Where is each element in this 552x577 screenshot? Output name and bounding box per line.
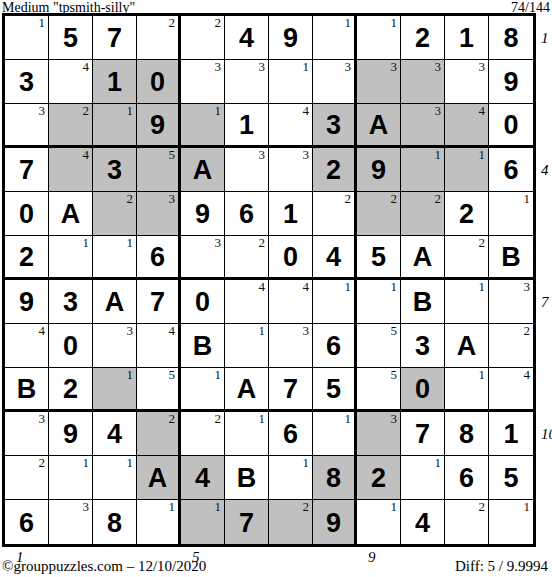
- cell-corner-mark: 1: [479, 148, 486, 162]
- cell-value: 1: [283, 199, 298, 228]
- cell-r8c4[interactable]: 4: [137, 324, 181, 368]
- cell-r2c3[interactable]: 1: [93, 60, 137, 104]
- cell-value: B: [501, 242, 521, 271]
- cell-r12c9[interactable]: 1: [357, 500, 401, 544]
- cell-value: A: [148, 463, 168, 492]
- row-label-4: 4: [541, 162, 549, 178]
- cell-r11c12[interactable]: 5: [489, 456, 533, 500]
- cell-r3c4[interactable]: 9: [137, 104, 181, 148]
- cell-value: B: [413, 287, 433, 316]
- cell-corner-mark: 3: [127, 324, 134, 338]
- cell-corner-mark: 3: [39, 104, 46, 118]
- cell-value: 9: [326, 508, 341, 537]
- cell-r6c10[interactable]: A: [401, 236, 445, 280]
- cell-r3c6[interactable]: 1: [225, 104, 269, 148]
- cell-r9c8[interactable]: 5: [313, 368, 357, 412]
- cell-value: 2: [415, 23, 430, 52]
- cell-r12c4[interactable]: 1: [137, 500, 181, 544]
- cell-value: 1: [107, 67, 122, 96]
- cell-corner-mark: 1: [391, 500, 398, 514]
- cell-r2c2[interactable]: 4: [49, 60, 93, 104]
- cell-r11c5[interactable]: 4: [181, 456, 225, 500]
- cell-r5c3[interactable]: 2: [93, 192, 137, 236]
- cell-r7c4[interactable]: 7: [137, 280, 181, 324]
- cell-r3c1[interactable]: 3: [5, 104, 49, 148]
- cell-corner-mark: 4: [524, 368, 531, 382]
- cell-corner-mark: 5: [169, 368, 176, 382]
- cell-corner-mark: 3: [303, 148, 310, 162]
- cell-r3c12[interactable]: 0: [489, 104, 533, 148]
- cell-corner-mark: 1: [39, 16, 46, 30]
- board: 15722491121834103313333932191143A3407435…: [2, 13, 536, 547]
- cell-value: 9: [150, 110, 165, 139]
- cell-value: 3: [63, 287, 78, 316]
- cell-value: 9: [371, 155, 386, 184]
- cell-corner-mark: 2: [435, 192, 442, 206]
- cell-r10c11[interactable]: 8: [445, 412, 489, 456]
- cell-value: B: [237, 463, 257, 492]
- cell-r6c3[interactable]: 1: [93, 236, 137, 280]
- cell-r9c9[interactable]: 5: [357, 368, 401, 412]
- cell-r1c6[interactable]: 4: [225, 16, 269, 60]
- cell-value: 5: [63, 23, 78, 52]
- cell-value: 7: [107, 23, 122, 52]
- cell-corner-mark: 4: [83, 60, 90, 74]
- cell-r11c2[interactable]: 1: [49, 456, 93, 500]
- cell-value: 7: [283, 374, 298, 403]
- cell-r7c1[interactable]: 9: [5, 280, 49, 324]
- cell-value: 7: [19, 155, 34, 184]
- cell-value: 5: [503, 463, 518, 492]
- cell-r3c5[interactable]: 1: [181, 104, 225, 148]
- cell-r11c8[interactable]: 8: [313, 456, 357, 500]
- cell-corner-mark: 2: [39, 456, 46, 470]
- cell-r10c2[interactable]: 9: [49, 412, 93, 456]
- cell-r2c5[interactable]: 3: [181, 60, 225, 104]
- cell-r2c6[interactable]: 3: [225, 60, 269, 104]
- cell-corner-mark: 5: [169, 148, 176, 162]
- cell-r3c3[interactable]: 1: [93, 104, 137, 148]
- cell-value: 6: [150, 242, 165, 271]
- cell-corner-mark: 1: [435, 148, 442, 162]
- cell-r3c2[interactable]: 2: [49, 104, 93, 148]
- cell-r4c9[interactable]: 9: [357, 148, 401, 192]
- cell-value: 0: [195, 287, 210, 316]
- cell-value: A: [105, 287, 125, 316]
- cell-value: 7: [415, 419, 430, 448]
- cell-r7c12[interactable]: 3: [489, 280, 533, 324]
- cell-corner-mark: 1: [215, 368, 222, 382]
- cell-r10c5[interactable]: 2: [181, 412, 225, 456]
- cell-r5c2[interactable]: A: [49, 192, 93, 236]
- cell-r3c11[interactable]: 4: [445, 104, 489, 148]
- cell-r10c8[interactable]: 1: [313, 412, 357, 456]
- cell-value: 3: [415, 331, 430, 360]
- cell-r4c3[interactable]: 3: [93, 148, 137, 192]
- cell-corner-mark: 1: [215, 500, 222, 514]
- cell-r8c3[interactable]: 3: [93, 324, 137, 368]
- cell-r12c7[interactable]: 2: [269, 500, 313, 544]
- cell-value: 0: [19, 199, 34, 228]
- cell-r10c7[interactable]: 6: [269, 412, 313, 456]
- cell-r2c7[interactable]: 1: [269, 60, 313, 104]
- cell-corner-mark: 1: [169, 500, 176, 514]
- cell-r5c11[interactable]: 2: [445, 192, 489, 236]
- cell-r5c5[interactable]: 9: [181, 192, 225, 236]
- difficulty-text: Diff: 5 / 9.9994: [455, 558, 548, 575]
- cell-r12c8[interactable]: 9: [313, 500, 357, 544]
- cell-corner-mark: 2: [169, 16, 176, 30]
- cell-value: 2: [326, 155, 341, 184]
- cell-corner-mark: 5: [391, 368, 398, 382]
- cell-r4c7[interactable]: 3: [269, 148, 313, 192]
- cell-corner-mark: 3: [435, 104, 442, 118]
- cell-r10c10[interactable]: 7: [401, 412, 445, 456]
- cell-corner-mark: 4: [303, 280, 310, 294]
- cell-r11c4[interactable]: A: [137, 456, 181, 500]
- cell-r5c10[interactable]: 2: [401, 192, 445, 236]
- cell-r5c6[interactable]: 6: [225, 192, 269, 236]
- cell-r12c1[interactable]: 6: [5, 500, 49, 544]
- cell-value: 3: [326, 110, 341, 139]
- cell-value: 8: [503, 23, 518, 52]
- cell-r2c1[interactable]: 3: [5, 60, 49, 104]
- cell-corner-mark: 1: [524, 500, 531, 514]
- cell-r4c12[interactable]: 6: [489, 148, 533, 192]
- cell-r11c6[interactable]: B: [225, 456, 269, 500]
- cell-r9c11[interactable]: 1: [445, 368, 489, 412]
- cell-value: 9: [195, 199, 210, 228]
- cell-r2c12[interactable]: 9: [489, 60, 533, 104]
- cell-r5c7[interactable]: 1: [269, 192, 313, 236]
- cell-corner-mark: 1: [391, 16, 398, 30]
- cell-corner-mark: 3: [303, 324, 310, 338]
- cell-corner-mark: 3: [345, 60, 352, 74]
- cell-value: A: [413, 242, 433, 271]
- cell-r4c2[interactable]: 4: [49, 148, 93, 192]
- cell-r8c6[interactable]: 1: [225, 324, 269, 368]
- cell-r4c5[interactable]: A: [181, 148, 225, 192]
- cell-corner-mark: 1: [127, 368, 134, 382]
- cell-r8c2[interactable]: 0: [49, 324, 93, 368]
- cell-value: 4: [239, 23, 254, 52]
- cell-r11c1[interactable]: 2: [5, 456, 49, 500]
- cell-r8c11[interactable]: A: [445, 324, 489, 368]
- cell-r5c8[interactable]: 2: [313, 192, 357, 236]
- cell-value: 4: [326, 242, 341, 271]
- cell-corner-mark: 2: [215, 16, 222, 30]
- cell-r7c3[interactable]: A: [93, 280, 137, 324]
- cell-r9c4[interactable]: 5: [137, 368, 181, 412]
- cell-r4c6[interactable]: 3: [225, 148, 269, 192]
- cell-corner-mark: 1: [83, 236, 90, 250]
- cell-r10c4[interactable]: 2: [137, 412, 181, 456]
- cell-r7c10[interactable]: B: [401, 280, 445, 324]
- cell-corner-mark: 1: [127, 104, 134, 118]
- cell-r6c8[interactable]: 4: [313, 236, 357, 280]
- cell-r7c9[interactable]: 1: [357, 280, 401, 324]
- cell-r1c5[interactable]: 2: [181, 16, 225, 60]
- cell-corner-mark: 3: [215, 236, 222, 250]
- cell-r11c10[interactable]: 1: [401, 456, 445, 500]
- cell-value: A: [61, 199, 81, 228]
- cell-corner-mark: 3: [259, 60, 266, 74]
- cell-corner-mark: 1: [303, 60, 310, 74]
- cell-value: 6: [283, 419, 298, 448]
- cell-r6c5[interactable]: 3: [181, 236, 225, 280]
- cell-r2c8[interactable]: 3: [313, 60, 357, 104]
- cell-corner-mark: 3: [391, 412, 398, 426]
- cell-value: A: [457, 331, 477, 360]
- cell-value: 8: [459, 419, 474, 448]
- cell-r11c3[interactable]: 1: [93, 456, 137, 500]
- cell-value: A: [237, 374, 257, 403]
- cell-r7c2[interactable]: 3: [49, 280, 93, 324]
- cell-value: 4: [107, 419, 122, 448]
- cell-r4c4[interactable]: 5: [137, 148, 181, 192]
- row-label-10: 10: [541, 426, 552, 442]
- cell-corner-mark: 1: [303, 456, 310, 470]
- cell-r8c10[interactable]: 3: [401, 324, 445, 368]
- cell-r7c11[interactable]: 1: [445, 280, 489, 324]
- cell-r1c4[interactable]: 2: [137, 16, 181, 60]
- cell-corner-mark: 2: [303, 500, 310, 514]
- cell-r3c8[interactable]: 3: [313, 104, 357, 148]
- cell-corner-mark: 3: [479, 60, 486, 74]
- cell-value: 6: [239, 199, 254, 228]
- cell-corner-mark: 2: [83, 104, 90, 118]
- cell-r3c9[interactable]: A: [357, 104, 401, 148]
- cell-value: A: [193, 155, 213, 184]
- col-label-5: 5: [181, 549, 225, 565]
- cell-corner-mark: 1: [524, 192, 531, 206]
- cell-r10c3[interactable]: 4: [93, 412, 137, 456]
- cell-value: 2: [19, 242, 34, 271]
- cell-corner-mark: 2: [259, 236, 266, 250]
- cell-r12c5[interactable]: 1: [181, 500, 225, 544]
- cell-r4c10[interactable]: 1: [401, 148, 445, 192]
- cell-value: 6: [19, 508, 34, 537]
- cell-value: 3: [19, 67, 34, 96]
- cell-value: 2: [459, 199, 474, 228]
- cell-value: 2: [371, 463, 386, 492]
- cell-value: 6: [459, 463, 474, 492]
- cell-corner-mark: 5: [391, 324, 398, 338]
- col-label-1: 1: [5, 549, 49, 565]
- cell-r2c11[interactable]: 3: [445, 60, 489, 104]
- cell-value: 6: [503, 155, 518, 184]
- col-label-9: 9: [357, 549, 401, 565]
- cell-corner-mark: 1: [391, 280, 398, 294]
- cell-r1c7[interactable]: 9: [269, 16, 313, 60]
- cell-corner-mark: 4: [83, 148, 90, 162]
- cell-r1c1[interactable]: 1: [5, 16, 49, 60]
- cell-r6c7[interactable]: 0: [269, 236, 313, 280]
- cell-corner-mark: 2: [215, 412, 222, 426]
- cell-r7c6[interactable]: 4: [225, 280, 269, 324]
- cell-r1c10[interactable]: 2: [401, 16, 445, 60]
- cell-value: 0: [63, 331, 78, 360]
- cell-corner-mark: 1: [345, 16, 352, 30]
- cell-corner-mark: 3: [391, 60, 398, 74]
- cell-corner-mark: 3: [435, 60, 442, 74]
- cell-r7c5[interactable]: 0: [181, 280, 225, 324]
- cell-r12c11[interactable]: 2: [445, 500, 489, 544]
- cell-r10c1[interactable]: 3: [5, 412, 49, 456]
- cell-value: 8: [107, 508, 122, 537]
- cell-r7c8[interactable]: 1: [313, 280, 357, 324]
- cell-r3c7[interactable]: 4: [269, 104, 313, 148]
- cell-corner-mark: 2: [345, 192, 352, 206]
- cell-r3c10[interactable]: 3: [401, 104, 445, 148]
- cell-corner-mark: 1: [435, 456, 442, 470]
- cell-value: 5: [326, 374, 341, 403]
- cell-r5c4[interactable]: 3: [137, 192, 181, 236]
- cell-value: 9: [19, 287, 34, 316]
- cell-corner-mark: 3: [259, 148, 266, 162]
- cell-r2c4[interactable]: 0: [137, 60, 181, 104]
- cell-r7c7[interactable]: 4: [269, 280, 313, 324]
- row-label-7: 7: [541, 294, 549, 310]
- cell-value: 5: [371, 242, 386, 271]
- cell-r8c8[interactable]: 6: [313, 324, 357, 368]
- cell-corner-mark: 2: [479, 236, 486, 250]
- cell-value: 4: [415, 508, 430, 537]
- cell-corner-mark: 1: [479, 280, 486, 294]
- cell-r6c11[interactable]: 2: [445, 236, 489, 280]
- cell-value: 9: [63, 419, 78, 448]
- cell-r12c10[interactable]: 4: [401, 500, 445, 544]
- cell-corner-mark: 2: [479, 500, 486, 514]
- cell-r12c3[interactable]: 8: [93, 500, 137, 544]
- cell-value: 6: [326, 331, 341, 360]
- cell-corner-mark: 4: [169, 324, 176, 338]
- cell-corner-mark: 1: [127, 456, 134, 470]
- cell-corner-mark: 4: [479, 104, 486, 118]
- cell-r9c5[interactable]: 1: [181, 368, 225, 412]
- cell-r8c1[interactable]: 4: [5, 324, 49, 368]
- cell-corner-mark: 4: [303, 104, 310, 118]
- cell-corner-mark: 1: [83, 456, 90, 470]
- cell-corner-mark: 1: [345, 412, 352, 426]
- cell-corner-mark: 4: [39, 324, 46, 338]
- cell-value: 0: [150, 67, 165, 96]
- cell-r12c6[interactable]: 7: [225, 500, 269, 544]
- cell-r6c2[interactable]: 1: [49, 236, 93, 280]
- cell-r2c9[interactable]: 3: [357, 60, 401, 104]
- cell-value: A: [369, 110, 389, 139]
- cell-corner-mark: 2: [524, 324, 531, 338]
- cell-corner-mark: 2: [391, 192, 398, 206]
- cell-r8c9[interactable]: 5: [357, 324, 401, 368]
- cell-r8c7[interactable]: 3: [269, 324, 313, 368]
- cell-value: B: [17, 374, 37, 403]
- cell-value: 0: [503, 110, 518, 139]
- cell-value: 0: [283, 242, 298, 271]
- cell-value: 2: [63, 374, 78, 403]
- cell-value: 4: [195, 463, 210, 492]
- cell-r5c12[interactable]: 1: [489, 192, 533, 236]
- cell-r6c12[interactable]: B: [489, 236, 533, 280]
- cell-r12c12[interactable]: 1: [489, 500, 533, 544]
- cell-r9c6[interactable]: A: [225, 368, 269, 412]
- cell-r1c9[interactable]: 1: [357, 16, 401, 60]
- cell-r1c11[interactable]: 1: [445, 16, 489, 60]
- cell-corner-mark: 3: [83, 500, 90, 514]
- cell-value: 3: [107, 155, 122, 184]
- cell-corner-mark: 2: [127, 192, 134, 206]
- cell-r2c10[interactable]: 3: [401, 60, 445, 104]
- cell-r6c1[interactable]: 2: [5, 236, 49, 280]
- cell-corner-mark: 1: [479, 368, 486, 382]
- cell-corner-mark: 3: [524, 280, 531, 294]
- cell-r11c11[interactable]: 6: [445, 456, 489, 500]
- cell-r12c2[interactable]: 3: [49, 500, 93, 544]
- cell-r1c2[interactable]: 5: [49, 16, 93, 60]
- cell-r11c9[interactable]: 2: [357, 456, 401, 500]
- cell-r1c3[interactable]: 7: [93, 16, 137, 60]
- cell-r6c6[interactable]: 2: [225, 236, 269, 280]
- cell-r5c1[interactable]: 0: [5, 192, 49, 236]
- cell-r11c7[interactable]: 1: [269, 456, 313, 500]
- cell-corner-mark: 3: [215, 60, 222, 74]
- cell-value: 7: [239, 508, 254, 537]
- cell-r9c10[interactable]: 0: [401, 368, 445, 412]
- cell-r10c9[interactable]: 3: [357, 412, 401, 456]
- cell-r9c12[interactable]: 4: [489, 368, 533, 412]
- cell-r6c9[interactable]: 5: [357, 236, 401, 280]
- cell-value: 9: [283, 23, 298, 52]
- cell-r9c2[interactable]: 2: [49, 368, 93, 412]
- cell-corner-mark: 1: [259, 324, 266, 338]
- cell-r4c1[interactable]: 7: [5, 148, 49, 192]
- cell-r8c5[interactable]: B: [181, 324, 225, 368]
- cell-corner-mark: 1: [127, 236, 134, 250]
- cell-value: 7: [150, 287, 165, 316]
- cell-r5c9[interactable]: 2: [357, 192, 401, 236]
- cell-r9c3[interactable]: 1: [93, 368, 137, 412]
- cell-r10c12[interactable]: 1: [489, 412, 533, 456]
- cell-r8c12[interactable]: 2: [489, 324, 533, 368]
- cell-corner-mark: 1: [215, 104, 222, 118]
- cell-value: 8: [326, 463, 341, 492]
- cell-corner-mark: 3: [39, 412, 46, 426]
- cell-r1c8[interactable]: 1: [313, 16, 357, 60]
- puzzle-page: Medium "tpsmith-silly" 74/144 1572249112…: [0, 0, 552, 577]
- cell-corner-mark: 1: [345, 280, 352, 294]
- cell-value: 0: [415, 374, 430, 403]
- cell-corner-mark: 3: [169, 192, 176, 206]
- cell-r4c8[interactable]: 2: [313, 148, 357, 192]
- cell-r9c7[interactable]: 7: [269, 368, 313, 412]
- cell-r4c11[interactable]: 1: [445, 148, 489, 192]
- cell-value: 1: [239, 110, 254, 139]
- cell-corner-mark: 2: [169, 412, 176, 426]
- cell-r9c1[interactable]: B: [5, 368, 49, 412]
- cell-r6c4[interactable]: 6: [137, 236, 181, 280]
- cell-value: 1: [459, 23, 474, 52]
- row-label-1: 1: [541, 30, 549, 46]
- cell-r10c6[interactable]: 1: [225, 412, 269, 456]
- cell-r1c12[interactable]: 8: [489, 16, 533, 60]
- cell-value: 9: [503, 67, 518, 96]
- cell-corner-mark: 4: [259, 280, 266, 294]
- cell-value: 1: [503, 419, 518, 448]
- cell-corner-mark: 1: [259, 412, 266, 426]
- cell-value: B: [193, 331, 213, 360]
